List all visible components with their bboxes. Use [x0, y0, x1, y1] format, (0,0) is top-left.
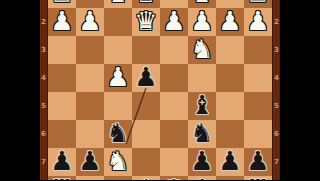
- piece-wP-g2[interactable]: ♟: [76, 7, 104, 35]
- rank-label-left-7: 7: [40, 158, 47, 166]
- piece-bP-g7[interactable]: ♟: [76, 147, 104, 175]
- square-b8[interactable]: [216, 176, 244, 180]
- square-g4[interactable]: [76, 64, 104, 92]
- piece-bB-c5[interactable]: ♝: [188, 91, 216, 119]
- rank-label-left-5: 5: [40, 102, 47, 110]
- piece-bK-e8[interactable]: ♚: [132, 175, 160, 181]
- square-e4[interactable]: ♟: [132, 64, 160, 92]
- piece-bP-a7[interactable]: ♟: [244, 147, 272, 175]
- piece-bP-e4[interactable]: ♟: [132, 63, 160, 91]
- rank-label-right-2: 2: [273, 18, 280, 26]
- rank-label-right-5: 5: [273, 102, 280, 110]
- square-e6[interactable]: [132, 120, 160, 148]
- square-a8[interactable]: ♜: [244, 176, 272, 180]
- square-d2[interactable]: ♟: [160, 8, 188, 36]
- square-d8[interactable]: ♛: [160, 176, 188, 180]
- square-g6[interactable]: [76, 120, 104, 148]
- square-b7[interactable]: ♟: [216, 148, 244, 176]
- square-f6[interactable]: ♞: [104, 120, 132, 148]
- square-g8[interactable]: [76, 176, 104, 180]
- rank-label-left-6: 6: [40, 130, 47, 138]
- square-a5[interactable]: [244, 92, 272, 120]
- square-f5[interactable]: [104, 92, 132, 120]
- square-e3[interactable]: [132, 36, 160, 64]
- letterbox-left: [0, 0, 40, 180]
- piece-bB-c8[interactable]: ♝: [188, 175, 216, 181]
- square-b4[interactable]: [216, 64, 244, 92]
- square-a3[interactable]: [244, 36, 272, 64]
- square-a4[interactable]: [244, 64, 272, 92]
- square-c5[interactable]: ♝: [188, 92, 216, 120]
- square-h4[interactable]: [48, 64, 76, 92]
- square-a6[interactable]: [244, 120, 272, 148]
- square-g2[interactable]: ♟: [76, 8, 104, 36]
- square-e8[interactable]: ♚: [132, 176, 160, 180]
- piece-wP-c2[interactable]: ♟: [188, 7, 216, 35]
- square-a7[interactable]: ♟: [244, 148, 272, 176]
- piece-wP-d2[interactable]: ♟: [160, 7, 188, 35]
- square-b2[interactable]: ♟: [216, 8, 244, 36]
- rank-label-right-3: 3: [273, 46, 280, 54]
- piece-bN-f6[interactable]: ♞: [104, 119, 132, 147]
- piece-wN-f7[interactable]: ♞: [104, 147, 132, 175]
- rank-label-right-6: 6: [273, 130, 280, 138]
- piece-bP-b7[interactable]: ♟: [216, 147, 244, 175]
- square-c3[interactable]: ♞: [188, 36, 216, 64]
- square-e5[interactable]: [132, 92, 160, 120]
- rank-label-right-7: 7: [273, 158, 280, 166]
- square-f8[interactable]: [104, 176, 132, 180]
- square-h5[interactable]: [48, 92, 76, 120]
- square-c4[interactable]: [188, 64, 216, 92]
- square-d7[interactable]: [160, 148, 188, 176]
- square-f3[interactable]: [104, 36, 132, 64]
- square-d4[interactable]: [160, 64, 188, 92]
- square-c8[interactable]: ♝: [188, 176, 216, 180]
- square-h6[interactable]: [48, 120, 76, 148]
- square-c6[interactable]: ♞: [188, 120, 216, 148]
- rank-label-left-2: 2: [40, 18, 47, 26]
- square-h2[interactable]: ♟: [48, 8, 76, 36]
- piece-wP-a2[interactable]: ♟: [244, 7, 272, 35]
- square-c7[interactable]: ♟: [188, 148, 216, 176]
- chess-board: ♜♝♚♝♜♟♟♛♟♟♟♟♞♟♟♝♞♞♟♟♞♟♟♟♜♚♛♝♜: [48, 0, 272, 180]
- square-b3[interactable]: [216, 36, 244, 64]
- square-f7[interactable]: ♞: [104, 148, 132, 176]
- square-d6[interactable]: [160, 120, 188, 148]
- square-b5[interactable]: [216, 92, 244, 120]
- square-a2[interactable]: ♟: [244, 8, 272, 36]
- piece-wQ-e2[interactable]: ♛: [132, 7, 160, 35]
- square-h8[interactable]: ♜: [48, 176, 76, 180]
- square-h3[interactable]: [48, 36, 76, 64]
- piece-bR-h8[interactable]: ♜: [48, 175, 76, 181]
- square-f4[interactable]: ♟: [104, 64, 132, 92]
- square-f2[interactable]: [104, 8, 132, 36]
- square-c2[interactable]: ♟: [188, 8, 216, 36]
- piece-wP-h2[interactable]: ♟: [48, 7, 76, 35]
- square-g7[interactable]: ♟: [76, 148, 104, 176]
- rank-label-left-4: 4: [40, 74, 47, 82]
- square-d3[interactable]: [160, 36, 188, 64]
- square-g3[interactable]: [76, 36, 104, 64]
- square-g5[interactable]: [76, 92, 104, 120]
- square-f1[interactable]: ♝: [104, 0, 132, 8]
- frame-edge-right: [272, 0, 273, 180]
- piece-bN-c6[interactable]: ♞: [188, 119, 216, 147]
- piece-wP-b2[interactable]: ♟: [216, 7, 244, 35]
- piece-wN-c3[interactable]: ♞: [188, 35, 216, 63]
- piece-bP-h7[interactable]: ♟: [48, 147, 76, 175]
- piece-wP-f4[interactable]: ♟: [104, 63, 132, 91]
- rank-label-left-3: 3: [40, 46, 47, 54]
- piece-wB-f1[interactable]: ♝: [104, 0, 132, 7]
- square-d5[interactable]: [160, 92, 188, 120]
- square-h7[interactable]: ♟: [48, 148, 76, 176]
- video-frame: ♜♝♚♝♜♟♟♛♟♟♟♟♞♟♟♝♞♞♟♟♞♟♟♟♜♚♛♝♜ 12345678 1…: [0, 0, 320, 180]
- square-e7[interactable]: [132, 148, 160, 176]
- square-b6[interactable]: [216, 120, 244, 148]
- piece-bR-a8[interactable]: ♜: [244, 175, 272, 181]
- rank-label-right-4: 4: [273, 74, 280, 82]
- piece-bQ-d8[interactable]: ♛: [160, 175, 188, 181]
- letterbox-right: [280, 0, 320, 180]
- piece-bP-c7[interactable]: ♟: [188, 147, 216, 175]
- square-e2[interactable]: ♛: [132, 8, 160, 36]
